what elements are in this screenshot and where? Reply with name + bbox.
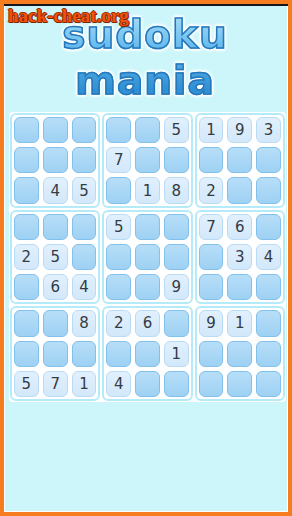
cell-r9c5[interactable] [135, 371, 160, 397]
cell-r5c4[interactable] [106, 244, 131, 270]
cell-r4c3[interactable] [72, 214, 97, 240]
cell-r3c4[interactable] [106, 177, 131, 203]
app-screen: hack-cheat.org Sudoku Mania 455718193225… [0, 0, 292, 516]
cell-r5c8[interactable]: 3 [227, 244, 252, 270]
cell-r5c1[interactable]: 2 [14, 244, 39, 270]
cell-r7c9[interactable] [256, 310, 281, 336]
cell-r7c3[interactable]: 8 [72, 310, 97, 336]
cell-r6c2[interactable]: 6 [43, 274, 68, 300]
cell-r6c1[interactable] [14, 274, 39, 300]
box-r2c1: 2564 [10, 210, 100, 305]
cell-r9c6[interactable] [164, 371, 189, 397]
cell-r4c6[interactable] [164, 214, 189, 240]
cell-r3c3[interactable]: 5 [72, 177, 97, 203]
cell-r2c8[interactable] [227, 147, 252, 173]
cell-r2c1[interactable] [14, 147, 39, 173]
cell-r3c1[interactable] [14, 177, 39, 203]
cell-r8c9[interactable] [256, 341, 281, 367]
cell-r4c1[interactable] [14, 214, 39, 240]
cell-r3c8[interactable] [227, 177, 252, 203]
cell-r7c1[interactable] [14, 310, 39, 336]
box-r2c3: 7634 [195, 210, 285, 305]
cell-r5c2[interactable]: 5 [43, 244, 68, 270]
cell-r2c2[interactable] [43, 147, 68, 173]
cell-r2c9[interactable] [256, 147, 281, 173]
watermark-text: hack-cheat.org [8, 5, 129, 27]
cell-r1c3[interactable] [72, 117, 97, 143]
cell-r8c7[interactable] [199, 341, 224, 367]
cell-r1c1[interactable] [14, 117, 39, 143]
cell-r4c7[interactable]: 7 [199, 214, 224, 240]
cell-r7c7[interactable]: 9 [199, 310, 224, 336]
cell-r9c7[interactable] [199, 371, 224, 397]
cell-r9c4[interactable]: 4 [106, 371, 131, 397]
cell-r6c4[interactable] [106, 274, 131, 300]
cell-r5c6[interactable] [164, 244, 189, 270]
box-r3c3: 91 [195, 306, 285, 401]
cell-r5c5[interactable] [135, 244, 160, 270]
cell-r9c8[interactable] [227, 371, 252, 397]
cell-r9c2[interactable]: 7 [43, 371, 68, 397]
cell-r8c3[interactable] [72, 341, 97, 367]
cell-r8c5[interactable] [135, 341, 160, 367]
box-r1c2: 5718 [102, 113, 192, 208]
cell-r4c4[interactable]: 5 [106, 214, 131, 240]
cell-r2c4[interactable]: 7 [106, 147, 131, 173]
cell-r7c8[interactable]: 1 [227, 310, 252, 336]
cell-r7c5[interactable]: 6 [135, 310, 160, 336]
cell-r5c3[interactable] [72, 244, 97, 270]
cell-r9c1[interactable]: 5 [14, 371, 39, 397]
cell-r8c6[interactable]: 1 [164, 341, 189, 367]
cell-r1c4[interactable] [106, 117, 131, 143]
cell-r3c6[interactable]: 8 [164, 177, 189, 203]
sudoku-grid: 455718193225645976348571261491 [9, 112, 286, 402]
cell-r4c2[interactable] [43, 214, 68, 240]
cell-r2c3[interactable] [72, 147, 97, 173]
cell-r1c5[interactable] [135, 117, 160, 143]
cell-r8c2[interactable] [43, 341, 68, 367]
cell-r6c8[interactable] [227, 274, 252, 300]
cell-r2c6[interactable] [164, 147, 189, 173]
cell-r7c4[interactable]: 2 [106, 310, 131, 336]
box-r2c2: 59 [102, 210, 192, 305]
cell-r7c2[interactable] [43, 310, 68, 336]
cell-r4c9[interactable] [256, 214, 281, 240]
cell-r5c7[interactable] [199, 244, 224, 270]
cell-r4c5[interactable] [135, 214, 160, 240]
cell-r1c9[interactable]: 3 [256, 117, 281, 143]
cell-r6c6[interactable]: 9 [164, 274, 189, 300]
box-r1c1: 45 [10, 113, 100, 208]
cell-r6c9[interactable] [256, 274, 281, 300]
cell-r7c6[interactable] [164, 310, 189, 336]
box-r1c3: 1932 [195, 113, 285, 208]
cell-r6c5[interactable] [135, 274, 160, 300]
cell-r6c7[interactable] [199, 274, 224, 300]
cell-r8c4[interactable] [106, 341, 131, 367]
cell-r8c8[interactable] [227, 341, 252, 367]
cell-r3c2[interactable]: 4 [43, 177, 68, 203]
cell-r1c7[interactable]: 1 [199, 117, 224, 143]
box-r3c2: 2614 [102, 306, 192, 401]
box-r3c1: 8571 [10, 306, 100, 401]
cell-r2c7[interactable] [199, 147, 224, 173]
cell-r6c3[interactable]: 4 [72, 274, 97, 300]
cell-r8c1[interactable] [14, 341, 39, 367]
cell-r3c7[interactable]: 2 [199, 177, 224, 203]
cell-r9c9[interactable] [256, 371, 281, 397]
cell-r5c9[interactable]: 4 [256, 244, 281, 270]
cell-r9c3[interactable]: 1 [72, 371, 97, 397]
cell-r1c2[interactable] [43, 117, 68, 143]
cell-r4c8[interactable]: 6 [227, 214, 252, 240]
cell-r2c5[interactable] [135, 147, 160, 173]
cell-r3c9[interactable] [256, 177, 281, 203]
cell-r3c5[interactable]: 1 [135, 177, 160, 203]
cell-r1c6[interactable]: 5 [164, 117, 189, 143]
cell-r1c8[interactable]: 9 [227, 117, 252, 143]
